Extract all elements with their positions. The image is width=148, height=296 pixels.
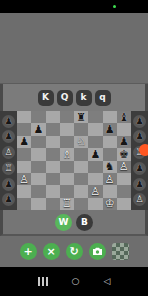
square-h2[interactable] xyxy=(117,185,131,197)
square-b4[interactable] xyxy=(31,161,45,173)
square-h1[interactable] xyxy=(117,198,131,210)
square-f7[interactable] xyxy=(88,123,102,135)
square-b6[interactable] xyxy=(31,136,45,148)
square-d1[interactable]: ♖ xyxy=(60,198,74,210)
square-c8[interactable] xyxy=(46,111,60,123)
white-bishop: ♗ xyxy=(62,149,72,160)
nav-recents[interactable] xyxy=(38,277,48,286)
camera-active-indicator-icon xyxy=(113,5,116,8)
square-d8[interactable] xyxy=(60,111,74,123)
square-a4[interactable] xyxy=(17,161,31,173)
square-f3[interactable] xyxy=(88,173,102,185)
square-e3[interactable] xyxy=(74,173,88,185)
square-f6[interactable] xyxy=(88,136,102,148)
square-b3[interactable] xyxy=(31,173,45,185)
camera-button[interactable] xyxy=(89,243,106,260)
nav-home-icon: ○ xyxy=(72,277,80,286)
square-e6[interactable]: ♘ xyxy=(74,136,88,148)
square-e8[interactable]: ♜ xyxy=(74,111,88,123)
white-knight: ♘ xyxy=(76,136,86,147)
refresh-button[interactable]: ↻ xyxy=(66,243,83,260)
black-pawn-icon: ♟ xyxy=(135,132,143,141)
square-c7[interactable] xyxy=(46,123,60,135)
square-c3[interactable] xyxy=(46,173,60,185)
board-preview-button[interactable] xyxy=(112,243,129,260)
tray-black-pawn-button[interactable]: ♟ xyxy=(2,178,15,191)
square-g7[interactable]: ♟ xyxy=(103,123,117,135)
black-pawn: ♟ xyxy=(19,136,29,147)
black-pawn: ♟ xyxy=(90,149,100,160)
scan-indicator-dot xyxy=(139,144,148,156)
refresh-icon: ↻ xyxy=(69,246,78,257)
square-h8[interactable]: ♝ xyxy=(117,111,131,123)
square-g4[interactable]: ♞ xyxy=(103,161,117,173)
android-nav-bar: ○◁ xyxy=(0,267,148,296)
tray-black-pawn-button[interactable]: ♟ xyxy=(2,193,15,206)
tray-black-pawn-button[interactable]: ♟ xyxy=(2,115,15,128)
square-d7[interactable] xyxy=(60,123,74,135)
nav-home[interactable]: ○ xyxy=(72,277,80,286)
chess-board[interactable]: ♜♝♟♟♟♘♟♗♟♚♞♙♙♙♙♖♔ xyxy=(17,111,131,210)
castling-toggle-q[interactable]: q xyxy=(95,90,111,106)
square-g8[interactable] xyxy=(103,111,117,123)
square-g1[interactable]: ♔ xyxy=(103,198,117,210)
square-b5[interactable] xyxy=(31,148,45,160)
tray-black-pawn-button[interactable]: ♟ xyxy=(133,162,146,175)
white-pawn: ♙ xyxy=(105,174,115,185)
close-button[interactable]: × xyxy=(43,243,60,260)
white-pawn-icon: ♙ xyxy=(135,195,143,204)
square-g3[interactable]: ♙ xyxy=(103,173,117,185)
square-d4[interactable] xyxy=(60,161,74,173)
black-pawn: ♟ xyxy=(105,124,115,135)
castling-toggle-K[interactable]: K xyxy=(38,90,54,106)
black-rook: ♜ xyxy=(76,112,86,123)
camera-preview xyxy=(0,13,148,84)
action-toolbar: +×↻ xyxy=(0,236,148,267)
square-c6[interactable] xyxy=(46,136,60,148)
white-pawn-icon: ♙ xyxy=(4,148,12,157)
tray-white-pawn-button[interactable]: ♙ xyxy=(2,146,15,159)
square-c5[interactable] xyxy=(46,148,60,160)
square-e7[interactable] xyxy=(74,123,88,135)
black-pawn: ♟ xyxy=(33,124,43,135)
black-pawn-icon: ♟ xyxy=(135,117,143,126)
square-h3[interactable] xyxy=(117,173,131,185)
close-icon: × xyxy=(46,246,55,257)
side-to-move-W[interactable]: W xyxy=(55,214,72,231)
square-d5[interactable]: ♗ xyxy=(60,148,74,160)
square-a7[interactable] xyxy=(17,123,31,135)
white-pawn: ♙ xyxy=(90,186,100,197)
tray-black-pawn-button[interactable]: ♟ xyxy=(2,130,15,143)
tray-black-pawn-button[interactable]: ♟ xyxy=(133,130,146,143)
square-a1[interactable] xyxy=(17,198,31,210)
square-c4[interactable] xyxy=(46,161,60,173)
recents-bars-icon xyxy=(38,277,48,286)
tray-white-pawn-button[interactable]: ♙ xyxy=(133,193,146,206)
square-h6[interactable]: ♟ xyxy=(117,136,131,148)
white-pawn: ♙ xyxy=(119,161,129,172)
black-pawn-icon: ♟ xyxy=(135,164,143,173)
tray-black-pawn-button[interactable]: ♟ xyxy=(133,178,146,191)
square-c2[interactable] xyxy=(46,185,60,197)
camera-icon xyxy=(92,247,103,256)
square-h7[interactable] xyxy=(117,123,131,135)
castling-toggle-k[interactable]: k xyxy=(76,90,92,106)
black-pawn-icon: ♟ xyxy=(4,117,12,126)
square-a3[interactable]: ♙ xyxy=(17,173,31,185)
castling-rights-row: KQkq xyxy=(0,84,148,111)
side-to-move-row: WB xyxy=(0,210,148,236)
square-d2[interactable] xyxy=(60,185,74,197)
square-f4[interactable] xyxy=(88,161,102,173)
square-a6[interactable]: ♟ xyxy=(17,136,31,148)
square-e2[interactable] xyxy=(74,185,88,197)
square-c1[interactable] xyxy=(46,198,60,210)
white-rook-icon: ♖ xyxy=(4,164,12,173)
square-g6[interactable] xyxy=(103,136,117,148)
board-section: ♟♟♙♖♟♟ ♜♝♟♟♟♘♟♗♟♚♞♙♙♙♙♖♔ ♟♟♖♟♟♙ xyxy=(0,111,148,210)
square-a5[interactable] xyxy=(17,148,31,160)
square-b7[interactable]: ♟ xyxy=(31,123,45,135)
status-bar xyxy=(0,0,148,13)
square-f1[interactable] xyxy=(88,198,102,210)
nav-back[interactable]: ◁ xyxy=(103,277,110,286)
square-a2[interactable] xyxy=(17,185,31,197)
white-pawn: ♙ xyxy=(19,174,29,185)
square-g2[interactable] xyxy=(103,185,117,197)
add-button[interactable]: + xyxy=(20,243,37,260)
castling-toggle-Q[interactable]: Q xyxy=(57,90,73,106)
black-pawn: ♟ xyxy=(119,136,129,147)
square-f2[interactable]: ♙ xyxy=(88,185,102,197)
square-h4[interactable]: ♙ xyxy=(117,161,131,173)
square-d3[interactable] xyxy=(60,173,74,185)
black-bishop: ♝ xyxy=(119,112,129,123)
piece-tray-right: ♟♟♖♟♟♙ xyxy=(131,111,148,210)
app-screen: KQkq ♟♟♙♖♟♟ ♜♝♟♟♟♘♟♗♟♚♞♙♙♙♙♖♔ ♟♟♖♟♟♙ WB … xyxy=(0,0,148,296)
nav-back-icon: ◁ xyxy=(103,277,110,286)
square-e1[interactable] xyxy=(74,198,88,210)
add-icon: + xyxy=(23,246,32,257)
side-to-move-B[interactable]: B xyxy=(76,214,93,231)
square-e5[interactable] xyxy=(74,148,88,160)
piece-tray-left: ♟♟♙♖♟♟ xyxy=(0,111,17,210)
tray-black-pawn-button[interactable]: ♟ xyxy=(133,115,146,128)
square-g5[interactable] xyxy=(103,148,117,160)
tray-white-rook-button[interactable]: ♖ xyxy=(2,162,15,175)
white-king: ♔ xyxy=(105,198,115,209)
black-pawn-icon: ♟ xyxy=(135,180,143,189)
white-rook: ♖ xyxy=(62,198,72,209)
square-b1[interactable] xyxy=(31,198,45,210)
black-king: ♚ xyxy=(119,149,129,160)
black-pawn-icon: ♟ xyxy=(4,180,12,189)
square-h5[interactable]: ♚ xyxy=(117,148,131,160)
square-f8[interactable] xyxy=(88,111,102,123)
square-f5[interactable]: ♟ xyxy=(88,148,102,160)
square-b2[interactable] xyxy=(31,185,45,197)
black-pawn-icon: ♟ xyxy=(4,132,12,141)
square-d6[interactable] xyxy=(60,136,74,148)
square-e4[interactable] xyxy=(74,161,88,173)
black-pawn-icon: ♟ xyxy=(4,195,12,204)
square-a8[interactable] xyxy=(17,111,31,123)
black-knight: ♞ xyxy=(105,161,115,172)
square-b8[interactable] xyxy=(31,111,45,123)
